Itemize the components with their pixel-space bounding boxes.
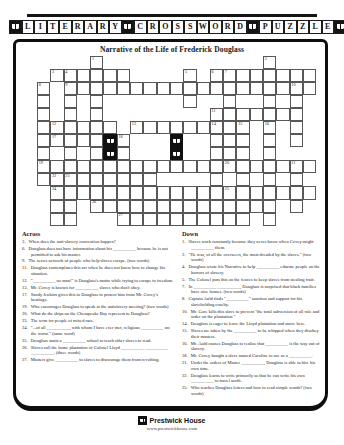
grid-cell-r3c0[interactable] (37, 95, 50, 108)
page-title: Narrative of the Life of Frederick Dougl… (0, 45, 344, 54)
grid-cell-r4c16[interactable] (250, 108, 263, 121)
empty-cell (130, 134, 143, 147)
empty-cell (157, 147, 170, 160)
grid-cell-r3c17[interactable] (263, 95, 276, 108)
grid-cell-r5c9[interactable] (157, 121, 170, 134)
grid-cell-r8c18[interactable] (276, 160, 289, 173)
grid-cell-r6c13[interactable] (210, 134, 223, 147)
grid-cell-r10c15[interactable] (236, 186, 249, 199)
cell-number: 10 (291, 83, 295, 88)
empty-cell (276, 147, 289, 160)
grid-cell-r5c10[interactable] (170, 121, 183, 134)
grid-cell-r6c2[interactable] (64, 134, 77, 147)
grid-cell-r9c8[interactable] (143, 173, 156, 186)
grid-cell-r12c9[interactable] (157, 213, 170, 226)
grid-cell-r8c11[interactable] (183, 160, 196, 173)
grid-cell-r9c13[interactable] (210, 173, 223, 186)
grid-cell-r6c14[interactable] (223, 134, 236, 147)
clue-number: 23. (22, 318, 30, 323)
grid-cell-r3c4[interactable] (90, 95, 103, 108)
grid-cell-r2c20[interactable] (303, 82, 316, 95)
open-book-icon (122, 20, 135, 34)
cell-number: 25 (225, 187, 229, 192)
cell-number: 20 (225, 161, 229, 166)
grid-cell-r12c17[interactable] (263, 213, 276, 226)
cell-number: 6 (212, 70, 214, 75)
grid-cell-r10c19[interactable] (290, 186, 303, 199)
logo-block-cell (103, 134, 116, 147)
grid-cell-r6c3[interactable] (77, 134, 90, 147)
grid-cell-r9c0[interactable] (37, 173, 50, 186)
grid-cell-r5c13[interactable]: 14 (210, 121, 223, 134)
cell-number: 19 (39, 161, 43, 166)
grid-cell-r10c1[interactable]: 24 (50, 186, 63, 199)
grid-cell-r9c17[interactable] (263, 173, 276, 186)
grid-cell-r11c9[interactable] (157, 200, 170, 213)
grid-cell-r8c1[interactable] (50, 160, 63, 173)
empty-cell (143, 95, 156, 108)
open-book-icon (249, 24, 256, 29)
empty-cell (170, 95, 183, 108)
grid-cell-r10c5[interactable] (103, 186, 116, 199)
clue-text: Slaves are taken by the __________ to be… (190, 328, 319, 339)
empty-cell (250, 134, 263, 147)
grid-cell-r9c1[interactable]: 22 (50, 173, 63, 186)
grid-cell-r5c5[interactable] (103, 121, 116, 134)
empty-cell (157, 173, 170, 186)
empty-cell (250, 56, 263, 69)
clue-down-8: 8. Captain Auld finds "__________" sanct… (182, 296, 320, 307)
grid-cell-r6c0[interactable] (37, 134, 50, 147)
grid-cell-r2c14[interactable] (223, 82, 236, 95)
empty-cell (183, 147, 196, 160)
grid-cell-r9c19[interactable] (290, 173, 303, 186)
grid-cell-r2c15[interactable] (236, 82, 249, 95)
grid-cell-r2c10[interactable] (170, 82, 183, 95)
grid-cell-r5c17[interactable]: 16 (263, 121, 276, 134)
empty-cell (37, 69, 50, 82)
empty-cell (197, 56, 210, 69)
empty-cell (250, 213, 263, 226)
grid-cell-r2c2[interactable]: 9 (64, 82, 77, 95)
empty-cell (303, 121, 316, 134)
clue-down-7: 7. In __________ __________, Douglass is… (182, 284, 320, 295)
clue-across-13: 13. Mr. Covey is known for __________ sl… (22, 285, 174, 291)
grid-cell-r11c13[interactable] (210, 200, 223, 213)
empty-cell (223, 56, 236, 69)
grid-cell-r2c4[interactable] (90, 82, 103, 95)
grid-cell-r1c17[interactable] (263, 69, 276, 82)
grid-cell-r7c2[interactable] (64, 147, 77, 160)
grid-cell-r6c17[interactable] (263, 134, 276, 147)
letter-tile-Y: Y (109, 20, 122, 34)
grid-cell-r1c18[interactable] (276, 69, 289, 82)
grid-cell-r7c17[interactable] (263, 147, 276, 160)
grid-cell-r9c7[interactable] (130, 173, 143, 186)
grid-cell-r5c19[interactable] (290, 121, 303, 134)
clue-text: Douglass does not have information about… (27, 246, 167, 257)
grid-cell-r1c14[interactable]: 7 (223, 69, 236, 82)
grid-cell-r5c0[interactable] (37, 121, 50, 134)
grid-cell-r10c7[interactable] (130, 186, 143, 199)
grid-cell-r7c15[interactable] (236, 147, 249, 160)
grid-cell-r1c13[interactable]: 6 (210, 69, 223, 82)
grid-cell-r6c19[interactable] (290, 134, 303, 147)
open-book-icon (337, 24, 344, 29)
grid-cell-r9c15[interactable] (236, 173, 249, 186)
grid-cell-r8c9[interactable] (157, 160, 170, 173)
grid-cell-r5c11[interactable] (183, 121, 196, 134)
clue-text: What do the ships on the Chesapeake Bay … (30, 311, 150, 316)
grid-cell-r2c12[interactable] (197, 82, 210, 95)
grid-cell-r5c2[interactable] (64, 121, 77, 134)
open-book-icon (173, 139, 180, 144)
clue-text: Captain Auld finds "__________" sanction… (187, 296, 302, 307)
empty-cell (303, 134, 316, 147)
grid-cell-r1c15[interactable] (236, 69, 249, 82)
open-book-icon (247, 20, 260, 34)
grid-cell-r1c4[interactable] (90, 69, 103, 82)
grid-cell-r9c2[interactable]: 23 (64, 173, 77, 186)
grid-cell-r6c1[interactable]: 17 (50, 134, 63, 147)
letter-tile-E: E (322, 20, 335, 34)
grid-cell-r4c4[interactable] (90, 108, 103, 121)
grid-cell-r9c5[interactable] (103, 173, 116, 186)
grid-cell-r4c14[interactable] (223, 108, 236, 121)
grid-cell-r0c17[interactable]: 2 (263, 56, 276, 69)
grid-cell-r3c14[interactable] (223, 95, 236, 108)
grid-cell-r8c5[interactable] (103, 160, 116, 173)
grid-cell-r11c16[interactable] (250, 200, 263, 213)
grid-cell-r11c10[interactable] (170, 200, 183, 213)
grid-cell-r10c13[interactable] (210, 186, 223, 199)
empty-cell (117, 95, 130, 108)
clue-number: 21. (182, 360, 190, 365)
grid-cell-r7c4[interactable] (90, 147, 103, 160)
empty-cell (250, 95, 263, 108)
grid-cell-r8c12[interactable] (197, 160, 210, 173)
cell-number: 23 (65, 174, 69, 179)
grid-cell-r5c3[interactable] (77, 121, 90, 134)
grid-cell-r12c15[interactable] (236, 213, 249, 226)
clue-number: 22. (182, 373, 190, 378)
empty-cell (37, 56, 50, 69)
grid-cell-r0c4[interactable]: 1 (90, 56, 103, 69)
grid-cell-r10c17[interactable] (263, 186, 276, 199)
grid-cell-r2c17[interactable] (263, 82, 276, 95)
empty-cell (50, 56, 63, 69)
grid-cell-r10c2[interactable] (64, 186, 77, 199)
grid-cell-r4c17[interactable] (263, 108, 276, 121)
clue-across-20: 20. What do the ships on the Chesapeake … (22, 311, 174, 317)
empty-cell (77, 200, 90, 213)
grid-cell-r5c7[interactable]: 13 (130, 121, 143, 134)
grid-cell-r11c15[interactable] (236, 200, 249, 213)
empty-cell (130, 95, 143, 108)
grid-cell-r10c4[interactable] (90, 186, 103, 199)
clue-text: In __________ __________, Douglass is su… (187, 284, 316, 295)
empty-cell (103, 213, 116, 226)
clue-down-4: 4. Douglass wrote his Narrative to help … (182, 264, 320, 275)
letter-tile-L: L (22, 20, 35, 34)
open-book-icon (107, 152, 114, 157)
grid-cell-r4c13[interactable]: 11 (210, 108, 223, 121)
empty-cell (276, 213, 289, 226)
clue-down-25: 25. Who teaches Douglass letters and how… (182, 385, 320, 396)
open-book-icon (334, 20, 344, 34)
down-clue-list: 1. Slaves work constantly because they n… (182, 239, 320, 396)
grid-cell-r11c1[interactable] (50, 200, 63, 213)
cell-number: 9 (65, 83, 67, 88)
grid-cell-r1c20[interactable] (303, 69, 316, 82)
grid-cell-r11c7[interactable] (130, 200, 143, 213)
grid-cell-r10c6[interactable] (117, 186, 130, 199)
across-heading: Across (22, 230, 174, 237)
letter-tile-T: T (47, 20, 60, 34)
grid-cell-r12c2[interactable] (64, 213, 77, 226)
clue-text: Mr. Covey is known for __________ slaves… (30, 285, 141, 290)
letter-tile-S: S (184, 20, 197, 34)
grid-cell-r1c5[interactable] (103, 69, 116, 82)
empty-cell (50, 95, 63, 108)
letter-tile-S: S (172, 20, 185, 34)
grid-cell-r2c13[interactable] (210, 82, 223, 95)
grid-cell-r8c0[interactable]: 19 (37, 160, 50, 173)
grid-cell-r6c6[interactable]: 18 (117, 134, 130, 147)
grid-cell-r8c7[interactable] (130, 160, 143, 173)
cell-number: 16 (265, 122, 269, 127)
empty-cell (130, 56, 143, 69)
grid-cell-r5c15[interactable]: 15 (236, 121, 249, 134)
grid-cell-r11c4[interactable]: 26 (90, 200, 103, 213)
down-clues-column: Down 1. Slaves work constantly because t… (182, 230, 320, 398)
grid-cell-r12c12[interactable] (197, 213, 210, 226)
grid-cell-r12c6[interactable]: 27 (117, 213, 130, 226)
empty-cell (250, 121, 263, 134)
grid-cell-r8c8[interactable] (143, 160, 156, 173)
empty-cell (183, 134, 196, 147)
publisher-footer: Prestwick House www.prestwickhouse.com (0, 416, 344, 431)
clue-number: 15. (182, 328, 190, 333)
clue-across-23: 23. The term for people of mixed race. (22, 318, 174, 324)
grid-cell-r1c1[interactable]: 3 (50, 69, 63, 82)
grid-cell-r8c20[interactable] (303, 160, 316, 173)
grid-cell-r12c14[interactable] (223, 213, 236, 226)
empty-cell (157, 56, 170, 69)
grid-cell-r8c6[interactable] (117, 160, 130, 173)
clue-text: Douglass starts a __________ school to t… (30, 338, 152, 343)
grid-cell-r12c1[interactable] (50, 213, 63, 226)
grid-cell-r8c4[interactable] (90, 160, 103, 173)
empty-cell (170, 69, 183, 82)
clue-number: 11. (22, 265, 30, 270)
grid-cell-r11c12[interactable] (197, 200, 210, 213)
grid-cell-r2c16[interactable] (250, 82, 263, 95)
grid-cell-r12c10[interactable] (170, 213, 183, 226)
grid-cell-r4c19[interactable] (290, 108, 303, 121)
grid-cell-r8c10[interactable] (170, 160, 183, 173)
cell-number: 8 (39, 83, 41, 88)
grid-cell-r1c3[interactable] (77, 69, 90, 82)
cell-number: 11 (212, 109, 216, 114)
grid-cell-r3c2[interactable] (64, 95, 77, 108)
grid-cell-r10c14[interactable]: 25 (223, 186, 236, 199)
grid-cell-r11c2[interactable] (64, 200, 77, 213)
empty-cell (143, 69, 156, 82)
clue-text: Douglass contemplates this act when he d… (30, 265, 166, 276)
grid-cell-r7c6[interactable] (117, 147, 130, 160)
grid-cell-r8c13[interactable] (210, 160, 223, 173)
publisher-url[interactable]: www.prestwickhouse.com (0, 426, 344, 431)
grid-cell-r5c14[interactable] (223, 121, 236, 134)
grid-cell-r12c11[interactable] (183, 213, 196, 226)
grid-cell-r10c9[interactable] (157, 186, 170, 199)
grid-cell-r8c17[interactable] (263, 160, 276, 173)
grid-cell-r9c4[interactable] (90, 173, 103, 186)
grid-cell-r6c15[interactable] (236, 134, 249, 147)
grid-cell-r3c11[interactable] (183, 95, 196, 108)
cell-number: 12 (52, 122, 56, 127)
top-rule (27, 14, 317, 17)
clue-text: The Colonel puts this on the fences to k… (187, 277, 314, 282)
clue-down-14: 14. Douglass is eager to leave the Lloyd… (182, 321, 320, 327)
empty-cell (157, 134, 170, 147)
letter-tile-E: E (59, 20, 72, 34)
empty-cell (157, 95, 170, 108)
grid-cell-r12c8[interactable] (143, 213, 156, 226)
grid-cell-r4c15[interactable] (236, 108, 249, 121)
grid-cell-r10c10[interactable] (170, 186, 183, 199)
empty-cell (303, 173, 316, 186)
clue-text: Slaves work constantly because they neve… (187, 239, 313, 250)
grid-cell-r2c5[interactable] (103, 82, 116, 95)
letter-tile-R: R (147, 20, 160, 34)
grid-cell-r11c8[interactable] (143, 200, 156, 213)
clue-text: Sandy Jenkins gives this to Douglass to … (30, 292, 158, 303)
grid-cell-r1c16[interactable] (250, 69, 263, 82)
clue-number: 10. (182, 309, 190, 314)
clue-number: 18. (182, 353, 190, 358)
empty-cell (37, 200, 50, 213)
grid-cell-r4c18[interactable] (276, 108, 289, 121)
empty-cell (250, 173, 263, 186)
grid-cell-r7c13[interactable] (210, 147, 223, 160)
grid-cell-r8c19[interactable]: 21 (290, 160, 303, 173)
letter-tile-W: W (197, 20, 210, 34)
clue-text: "__________ no man!" is Douglass's motto… (30, 278, 174, 283)
letter-tile-U: U (272, 20, 285, 34)
grid-cell-r11c11[interactable] (183, 200, 196, 213)
grid-cell-r12c13[interactable] (210, 213, 223, 226)
grid-cell-r8c2[interactable] (64, 160, 77, 173)
grid-cell-r2c11[interactable] (183, 82, 196, 95)
empty-cell (197, 134, 210, 147)
grid-cell-r10c12[interactable] (197, 186, 210, 199)
empty-cell (303, 200, 316, 213)
cell-number: 17 (52, 135, 56, 140)
grid-cell-r9c3[interactable] (77, 173, 90, 186)
grid-cell-r11c17[interactable] (263, 200, 276, 213)
grid-cell-r2c9[interactable] (157, 82, 170, 95)
grid-cell-r10c16[interactable] (250, 186, 263, 199)
letter-tile-O: O (209, 20, 222, 34)
grid-cell-r12c7[interactable] (130, 213, 143, 226)
grid-cell-r4c0[interactable] (37, 108, 50, 121)
cell-number: 5 (185, 70, 187, 75)
grid-cell-r4c2[interactable] (64, 108, 77, 121)
grid-cell-r2c8[interactable] (143, 82, 156, 95)
cell-number: 2 (265, 57, 267, 62)
grid-cell-r1c6[interactable] (117, 69, 130, 82)
clue-down-21: 21. Under the orders of Master _________… (182, 360, 320, 371)
clue-text: Mr. Gore kills this slave to prevent "th… (190, 309, 320, 320)
grid-cell-r10c3[interactable] (77, 186, 90, 199)
grid-cell-r1c19[interactable] (290, 69, 303, 82)
cell-number: 22 (52, 174, 56, 179)
grid-cell-r11c5[interactable] (103, 200, 116, 213)
grid-cell-r8c3[interactable] (77, 160, 90, 173)
clue-text: "He was, of all the overseers, the most … (187, 252, 311, 263)
clue-across-9: 9. The secret network of people who help… (22, 258, 174, 264)
grid-cell-r5c12[interactable] (197, 121, 210, 134)
grid-cell-r10c8[interactable] (143, 186, 156, 199)
grid-cell-r10c20[interactable] (303, 186, 316, 199)
grid-cell-r5c8[interactable] (143, 121, 156, 134)
open-book-icon (12, 24, 19, 29)
empty-cell (130, 108, 143, 121)
grid-cell-r5c1[interactable]: 12 (50, 121, 63, 134)
clue-down-22: 22. Douglass learns to write primarily s… (182, 373, 320, 384)
clue-text: Who teaches Douglass letters and how to … (190, 385, 312, 396)
empty-cell (103, 95, 116, 108)
grid-cell-r5c4[interactable] (90, 121, 103, 134)
crossword-grid: 1234567891011121314151617181920212223242… (37, 56, 316, 226)
clue-text: Masters give __________ to slaves to dis… (30, 357, 160, 362)
grid-cell-r11c6[interactable] (117, 200, 130, 213)
grid-cell-r1c2[interactable]: 4 (64, 69, 77, 82)
clue-number: 25. (182, 385, 190, 390)
clue-across-24: 24. "...of all __________, with whom I h… (22, 325, 174, 336)
grid-cell-r8c16[interactable] (250, 160, 263, 173)
grid-cell-r3c19[interactable] (290, 95, 303, 108)
grid-cell-r9c6[interactable] (117, 173, 130, 186)
grid-cell-r10c18[interactable] (276, 186, 289, 199)
grid-cell-r2c7[interactable] (130, 82, 143, 95)
empty-cell (50, 82, 63, 95)
grid-cell-r7c0[interactable] (37, 147, 50, 160)
grid-cell-r11c14[interactable] (223, 200, 236, 213)
grid-cell-r6c4[interactable] (90, 134, 103, 147)
grid-cell-r2c18[interactable] (276, 82, 289, 95)
grid-cell-r10c11[interactable] (183, 186, 196, 199)
grid-cell-r7c14[interactable] (223, 147, 236, 160)
grid-cell-r8c14[interactable]: 20 (223, 160, 236, 173)
cell-number: 3 (52, 70, 54, 75)
grid-cell-r2c19[interactable]: 10 (290, 82, 303, 95)
grid-cell-r11c19[interactable] (290, 200, 303, 213)
empty-cell (290, 56, 303, 69)
grid-cell-r2c3[interactable] (77, 82, 90, 95)
clue-text: Douglass is eager to leave the Lloyd pla… (190, 321, 306, 326)
empty-cell (64, 56, 77, 69)
grid-cell-r2c0[interactable]: 8 (37, 82, 50, 95)
grid-cell-r8c15[interactable] (236, 160, 249, 173)
grid-cell-r2c6[interactable] (117, 82, 130, 95)
empty-cell (290, 213, 303, 226)
empty-cell (77, 108, 90, 121)
grid-cell-r1c11[interactable]: 5 (183, 69, 196, 82)
clue-text: Douglass wrote his Narrative to help ___… (187, 264, 319, 275)
